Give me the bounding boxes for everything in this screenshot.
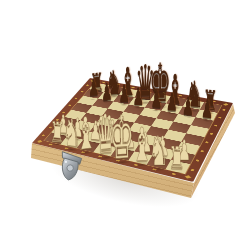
corner-diamond-icon xyxy=(223,103,229,105)
corner-diamond-icon xyxy=(91,80,96,82)
corner-diamond-icon xyxy=(185,175,191,178)
chess-set-photo: ♜♞♝♛♚♝♞♜♟♟♟♟♟♟♟♟♟♟♟♟♟♟♟♟♜♞♝♛♚♝♞♜ xyxy=(0,0,250,250)
clasp-latch xyxy=(53,148,86,190)
